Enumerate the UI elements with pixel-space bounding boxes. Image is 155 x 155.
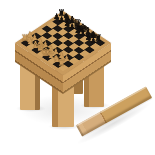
- piece-black-q-d8: ♛: [70, 18, 84, 30]
- piece-black-p-c7: ♟: [60, 18, 74, 30]
- scene: ♜♞♝♛♚♝♞♜♟♟♟♟♟♟♟♟♟♟♟♟♟♟♟♟♜♞♝♛♚♝♞♜: [0, 0, 155, 155]
- piece-white-p-a2: ♟: [23, 28, 37, 40]
- piece-black-p-d7: ♟: [65, 21, 79, 33]
- piece-black-r-h8: ♜: [92, 32, 106, 44]
- piece-black-n-b8: ♞: [60, 11, 74, 23]
- piece-white-r-h1: ♜: [55, 57, 69, 69]
- piece-white-p-h2: ♟: [60, 53, 74, 65]
- piece-white-n-g1: ♞: [49, 53, 63, 65]
- piece-white-k-e1: ♚: [39, 46, 53, 58]
- piece-white-p-d2: ♟: [39, 39, 53, 51]
- piece-black-p-b7: ♟: [55, 14, 69, 26]
- piece-white-p-g2: ♟: [55, 50, 69, 62]
- piece-black-k-e8: ♚: [76, 21, 90, 33]
- piece-black-b-f8: ♝: [81, 25, 95, 37]
- piece-black-p-e7: ♟: [70, 25, 84, 37]
- piece-black-p-a7: ♟: [49, 11, 63, 23]
- piece-white-p-f2: ♟: [49, 46, 63, 58]
- piece-black-r-a8: ♜: [55, 7, 69, 19]
- piece-black-n-g8: ♞: [86, 28, 100, 40]
- piece-white-p-e2: ♟: [44, 43, 58, 55]
